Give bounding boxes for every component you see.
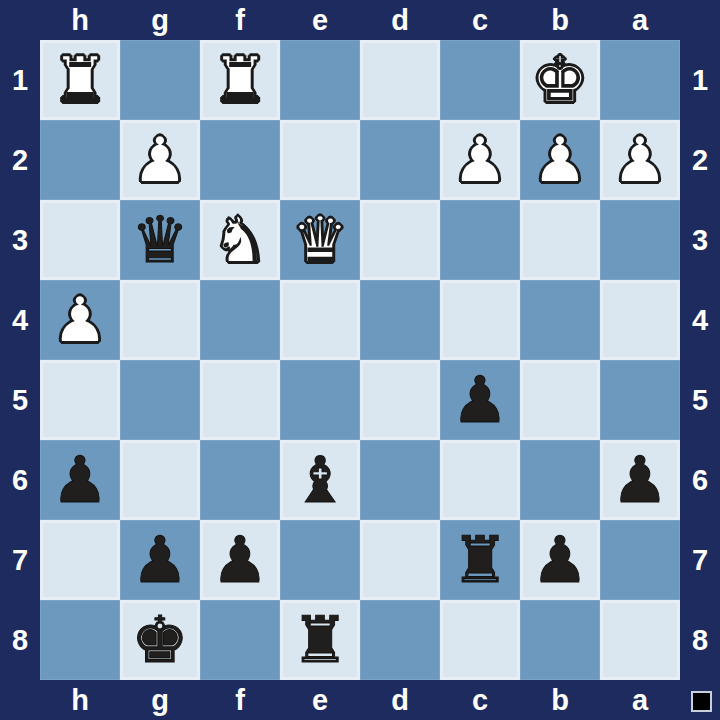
square-h4[interactable]: ♟ xyxy=(40,280,120,360)
coord-label-b: b xyxy=(520,680,600,720)
square-h8[interactable] xyxy=(40,600,120,680)
square-d7[interactable] xyxy=(360,520,440,600)
board: ♜♜♚♟♟♟♟♛♞♛♟♟♟♝♟♟♟♜♟♚♜ xyxy=(40,40,680,680)
square-e2[interactable] xyxy=(280,120,360,200)
square-e5[interactable] xyxy=(280,360,360,440)
coord-label-2: 2 xyxy=(0,120,40,200)
square-e7[interactable] xyxy=(280,520,360,600)
square-c4[interactable] xyxy=(440,280,520,360)
coord-label-h: h xyxy=(40,0,120,40)
square-e1[interactable] xyxy=(280,40,360,120)
square-f2[interactable] xyxy=(200,120,280,200)
coord-label-a: a xyxy=(600,0,680,40)
coord-label-7: 7 xyxy=(0,520,40,600)
square-a7[interactable] xyxy=(600,520,680,600)
piece-wN[interactable]: ♞ xyxy=(211,200,268,280)
coord-label-g: g xyxy=(120,680,200,720)
coord-label-1: 1 xyxy=(0,40,40,120)
square-c6[interactable] xyxy=(440,440,520,520)
square-f6[interactable] xyxy=(200,440,280,520)
square-c5[interactable]: ♟ xyxy=(440,360,520,440)
piece-wP[interactable]: ♟ xyxy=(451,120,508,200)
coord-label-3: 3 xyxy=(0,200,40,280)
square-c2[interactable]: ♟ xyxy=(440,120,520,200)
square-b1[interactable]: ♚ xyxy=(520,40,600,120)
square-d3[interactable] xyxy=(360,200,440,280)
coord-label-h: h xyxy=(40,680,120,720)
square-h3[interactable] xyxy=(40,200,120,280)
coord-label-f: f xyxy=(200,680,280,720)
coord-label-f: f xyxy=(200,0,280,40)
square-b3[interactable] xyxy=(520,200,600,280)
piece-bR[interactable]: ♜ xyxy=(291,600,348,680)
square-d8[interactable] xyxy=(360,600,440,680)
square-e3[interactable]: ♛ xyxy=(280,200,360,280)
square-a1[interactable] xyxy=(600,40,680,120)
coord-label-a: a xyxy=(600,680,680,720)
piece-bP[interactable]: ♟ xyxy=(51,440,108,520)
piece-bK[interactable]: ♚ xyxy=(131,600,188,680)
coord-label-e: e xyxy=(280,0,360,40)
square-g2[interactable]: ♟ xyxy=(120,120,200,200)
square-a8[interactable] xyxy=(600,600,680,680)
square-c7[interactable]: ♜ xyxy=(440,520,520,600)
coord-label-8: 8 xyxy=(0,600,40,680)
coord-label-4: 4 xyxy=(680,280,720,360)
rank-labels-left: 12345678 xyxy=(0,40,40,680)
square-f5[interactable] xyxy=(200,360,280,440)
file-labels-top: hgfedcba xyxy=(40,0,680,40)
square-d5[interactable] xyxy=(360,360,440,440)
square-f8[interactable] xyxy=(200,600,280,680)
coord-label-d: d xyxy=(360,680,440,720)
square-a2[interactable]: ♟ xyxy=(600,120,680,200)
square-g4[interactable] xyxy=(120,280,200,360)
coord-label-c: c xyxy=(440,680,520,720)
coord-label-g: g xyxy=(120,0,200,40)
coord-label-8: 8 xyxy=(680,600,720,680)
square-a4[interactable] xyxy=(600,280,680,360)
square-f1[interactable]: ♜ xyxy=(200,40,280,120)
square-d2[interactable] xyxy=(360,120,440,200)
square-g6[interactable] xyxy=(120,440,200,520)
square-e6[interactable]: ♝ xyxy=(280,440,360,520)
square-d4[interactable] xyxy=(360,280,440,360)
square-h5[interactable] xyxy=(40,360,120,440)
square-d1[interactable] xyxy=(360,40,440,120)
square-a6[interactable]: ♟ xyxy=(600,440,680,520)
square-b5[interactable] xyxy=(520,360,600,440)
coord-label-3: 3 xyxy=(680,200,720,280)
piece-bP[interactable]: ♟ xyxy=(611,440,668,520)
square-e4[interactable] xyxy=(280,280,360,360)
square-b7[interactable]: ♟ xyxy=(520,520,600,600)
square-b4[interactable] xyxy=(520,280,600,360)
square-b8[interactable] xyxy=(520,600,600,680)
coord-label-d: d xyxy=(360,0,440,40)
file-labels-bottom: hgfedcba xyxy=(40,680,680,720)
square-b2[interactable]: ♟ xyxy=(520,120,600,200)
square-g1[interactable] xyxy=(120,40,200,120)
coord-label-5: 5 xyxy=(680,360,720,440)
square-d6[interactable] xyxy=(360,440,440,520)
coord-label-b: b xyxy=(520,0,600,40)
square-h1[interactable]: ♜ xyxy=(40,40,120,120)
coord-label-6: 6 xyxy=(680,440,720,520)
piece-bQ[interactable]: ♛ xyxy=(131,200,188,280)
square-g7[interactable]: ♟ xyxy=(120,520,200,600)
coord-label-2: 2 xyxy=(680,120,720,200)
black-to-move-indicator xyxy=(691,691,712,712)
coord-label-7: 7 xyxy=(680,520,720,600)
square-c1[interactable] xyxy=(440,40,520,120)
coord-label-e: e xyxy=(280,680,360,720)
piece-wQ[interactable]: ♛ xyxy=(291,200,348,280)
square-g8[interactable]: ♚ xyxy=(120,600,200,680)
piece-wK[interactable]: ♚ xyxy=(531,40,588,120)
square-h6[interactable]: ♟ xyxy=(40,440,120,520)
piece-wP[interactable]: ♟ xyxy=(131,120,188,200)
coord-label-6: 6 xyxy=(0,440,40,520)
square-c8[interactable] xyxy=(440,600,520,680)
coord-label-4: 4 xyxy=(0,280,40,360)
square-b6[interactable] xyxy=(520,440,600,520)
piece-bP[interactable]: ♟ xyxy=(531,520,588,600)
piece-wP[interactable]: ♟ xyxy=(51,280,108,360)
square-f7[interactable]: ♟ xyxy=(200,520,280,600)
piece-bP[interactable]: ♟ xyxy=(211,520,268,600)
piece-wR[interactable]: ♜ xyxy=(211,40,268,120)
coord-label-1: 1 xyxy=(680,40,720,120)
piece-bP[interactable]: ♟ xyxy=(131,520,188,600)
square-g5[interactable] xyxy=(120,360,200,440)
piece-wP[interactable]: ♟ xyxy=(611,120,668,200)
square-f3[interactable]: ♞ xyxy=(200,200,280,280)
piece-bP[interactable]: ♟ xyxy=(451,360,508,440)
square-f4[interactable] xyxy=(200,280,280,360)
square-g3[interactable]: ♛ xyxy=(120,200,200,280)
coord-label-5: 5 xyxy=(0,360,40,440)
piece-bB[interactable]: ♝ xyxy=(291,440,348,520)
piece-wP[interactable]: ♟ xyxy=(531,120,588,200)
rank-labels-right: 12345678 xyxy=(680,40,720,680)
square-a5[interactable] xyxy=(600,360,680,440)
square-e8[interactable]: ♜ xyxy=(280,600,360,680)
square-c3[interactable] xyxy=(440,200,520,280)
square-h2[interactable] xyxy=(40,120,120,200)
piece-bR[interactable]: ♜ xyxy=(451,520,508,600)
coord-label-c: c xyxy=(440,0,520,40)
piece-wR[interactable]: ♜ xyxy=(51,40,108,120)
chess-diagram: hgfedcba 12345678 12345678 ♜♜♚♟♟♟♟♛♞♛♟♟♟… xyxy=(0,0,720,720)
square-a3[interactable] xyxy=(600,200,680,280)
square-h7[interactable] xyxy=(40,520,120,600)
